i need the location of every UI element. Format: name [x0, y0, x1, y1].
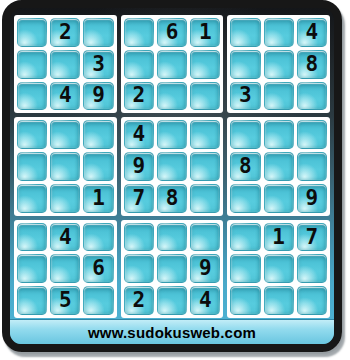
sudoku-cell-r2c2[interactable] [50, 50, 80, 79]
sudoku-cell-r3c6[interactable] [190, 82, 220, 111]
sudoku-box-1: 2349 [14, 15, 117, 113]
footer-bar: www.sudokusweb.com [10, 319, 334, 344]
given-digit: 1 [199, 22, 212, 43]
sudoku-cell-r8c9[interactable] [297, 254, 327, 283]
given-digit: 7 [132, 188, 145, 209]
sudoku-cell-r5c5[interactable] [157, 152, 187, 181]
sudoku-widget: 2349 612 483 1 4978 89 465 924 17 www.su… [0, 0, 350, 360]
sudoku-cell-r7c4[interactable] [124, 223, 154, 252]
sudoku-cell-r2c6[interactable] [190, 50, 220, 79]
given-digit: 8 [306, 54, 319, 75]
given-digit: 9 [306, 188, 319, 209]
given-digit: 3 [239, 85, 252, 106]
sudoku-cell-r1c2[interactable]: 2 [50, 18, 80, 47]
sudoku-cell-r1c1[interactable] [17, 18, 47, 47]
sudoku-cell-r3c4[interactable]: 2 [124, 82, 154, 111]
sudoku-cell-r7c8[interactable]: 1 [264, 223, 294, 252]
sudoku-cell-r6c3[interactable]: 1 [83, 184, 113, 213]
sudoku-cell-r5c9[interactable] [297, 152, 327, 181]
sudoku-cell-r1c3[interactable] [83, 18, 113, 47]
sudoku-cell-r6c6[interactable] [190, 184, 220, 213]
sudoku-cell-r2c9[interactable]: 8 [297, 50, 327, 79]
sudoku-cell-r6c2[interactable] [50, 184, 80, 213]
given-digit: 2 [59, 22, 72, 43]
sudoku-cell-r4c2[interactable] [50, 120, 80, 149]
sudoku-cell-r9c4[interactable]: 2 [124, 286, 154, 315]
sudoku-cell-r7c7[interactable] [230, 223, 260, 252]
site-link[interactable]: www.sudokusweb.com [88, 324, 256, 341]
sudoku-cell-r1c6[interactable]: 1 [190, 18, 220, 47]
sudoku-box-7: 465 [14, 220, 117, 318]
sudoku-cell-r3c8[interactable] [264, 82, 294, 111]
sudoku-cell-r9c5[interactable] [157, 286, 187, 315]
sudoku-cell-r3c2[interactable]: 4 [50, 82, 80, 111]
sudoku-box-8: 924 [121, 220, 224, 318]
sudoku-cell-r1c9[interactable]: 4 [297, 18, 327, 47]
sudoku-cell-r8c8[interactable] [264, 254, 294, 283]
given-digit: 4 [59, 85, 72, 106]
sudoku-cell-r4c8[interactable] [264, 120, 294, 149]
sudoku-cell-r9c9[interactable] [297, 286, 327, 315]
sudoku-cell-r8c7[interactable] [230, 254, 260, 283]
sudoku-cell-r6c8[interactable] [264, 184, 294, 213]
sudoku-cell-r1c5[interactable]: 6 [157, 18, 187, 47]
sudoku-cell-r6c4[interactable]: 7 [124, 184, 154, 213]
given-digit: 9 [199, 258, 212, 279]
sudoku-cell-r9c3[interactable] [83, 286, 113, 315]
given-digit: 5 [59, 290, 72, 311]
given-digit: 1 [272, 227, 285, 248]
sudoku-box-4: 1 [14, 117, 117, 215]
given-digit: 3 [92, 54, 105, 75]
sudoku-cell-r7c1[interactable] [17, 223, 47, 252]
sudoku-cell-r6c9[interactable]: 9 [297, 184, 327, 213]
sudoku-cell-r4c9[interactable] [297, 120, 327, 149]
given-digit: 4 [59, 227, 72, 248]
given-digit: 2 [132, 85, 145, 106]
sudoku-cell-r7c2[interactable]: 4 [50, 223, 80, 252]
sudoku-cell-r7c5[interactable] [157, 223, 187, 252]
sudoku-cell-r8c2[interactable] [50, 254, 80, 283]
sudoku-cell-r1c7[interactable] [230, 18, 260, 47]
sudoku-cell-r6c1[interactable] [17, 184, 47, 213]
sudoku-cell-r5c6[interactable] [190, 152, 220, 181]
board-plaque: 2349 612 483 1 4978 89 465 924 17 www.su… [2, 0, 342, 352]
sudoku-cell-r4c1[interactable] [17, 120, 47, 149]
sudoku-cell-r4c7[interactable] [230, 120, 260, 149]
sudoku-cell-r3c3[interactable]: 9 [83, 82, 113, 111]
sudoku-cell-r3c7[interactable]: 3 [230, 82, 260, 111]
sudoku-cell-r9c1[interactable] [17, 286, 47, 315]
sudoku-cell-r5c7[interactable]: 8 [230, 152, 260, 181]
sudoku-cell-r7c3[interactable] [83, 223, 113, 252]
sudoku-cell-r9c8[interactable] [264, 286, 294, 315]
sudoku-cell-r2c7[interactable] [230, 50, 260, 79]
given-digit: 4 [306, 22, 319, 43]
sudoku-box-2: 612 [121, 15, 224, 113]
sudoku-cell-r5c1[interactable] [17, 152, 47, 181]
sudoku-box-9: 17 [227, 220, 330, 318]
given-digit: 7 [306, 227, 319, 248]
given-digit: 4 [199, 290, 212, 311]
sudoku-cell-r8c6[interactable]: 9 [190, 254, 220, 283]
sudoku-board: 2349 612 483 1 4978 89 465 924 17 [14, 15, 330, 318]
sudoku-cell-r3c1[interactable] [17, 82, 47, 111]
given-digit: 6 [166, 22, 179, 43]
sudoku-cell-r6c7[interactable] [230, 184, 260, 213]
sudoku-cell-r3c9[interactable] [297, 82, 327, 111]
sudoku-cell-r2c1[interactable] [17, 50, 47, 79]
sudoku-cell-r4c6[interactable] [190, 120, 220, 149]
sudoku-cell-r8c4[interactable] [124, 254, 154, 283]
given-digit: 6 [92, 258, 105, 279]
given-digit: 2 [132, 290, 145, 311]
given-digit: 9 [132, 156, 145, 177]
sudoku-cell-r5c2[interactable] [50, 152, 80, 181]
sudoku-cell-r8c5[interactable] [157, 254, 187, 283]
sudoku-cell-r9c7[interactable] [230, 286, 260, 315]
sudoku-cell-r2c3[interactable]: 3 [83, 50, 113, 79]
sudoku-cell-r7c9[interactable]: 7 [297, 223, 327, 252]
sudoku-cell-r5c8[interactable] [264, 152, 294, 181]
sudoku-cell-r4c4[interactable]: 4 [124, 120, 154, 149]
given-digit: 1 [92, 188, 105, 209]
sudoku-cell-r6c5[interactable]: 8 [157, 184, 187, 213]
given-digit: 9 [92, 85, 105, 106]
given-digit: 8 [166, 188, 179, 209]
given-digit: 4 [132, 124, 145, 145]
sudoku-cell-r5c3[interactable] [83, 152, 113, 181]
sudoku-cell-r2c8[interactable] [264, 50, 294, 79]
sudoku-cell-r2c5[interactable] [157, 50, 187, 79]
sudoku-cell-r4c3[interactable] [83, 120, 113, 149]
sudoku-box-3: 483 [227, 15, 330, 113]
sudoku-box-6: 89 [227, 117, 330, 215]
sudoku-cell-r7c6[interactable] [190, 223, 220, 252]
sudoku-box-5: 4978 [121, 117, 224, 215]
sudoku-cell-r1c4[interactable] [124, 18, 154, 47]
sudoku-cell-r2c4[interactable] [124, 50, 154, 79]
given-digit: 8 [239, 156, 252, 177]
sudoku-cell-r3c5[interactable] [157, 82, 187, 111]
sudoku-cell-r8c1[interactable] [17, 254, 47, 283]
sudoku-cell-r9c2[interactable]: 5 [50, 286, 80, 315]
sudoku-cell-r9c6[interactable]: 4 [190, 286, 220, 315]
sudoku-cell-r8c3[interactable]: 6 [83, 254, 113, 283]
sudoku-cell-r4c5[interactable] [157, 120, 187, 149]
sudoku-cell-r1c8[interactable] [264, 18, 294, 47]
sudoku-cell-r5c4[interactable]: 9 [124, 152, 154, 181]
